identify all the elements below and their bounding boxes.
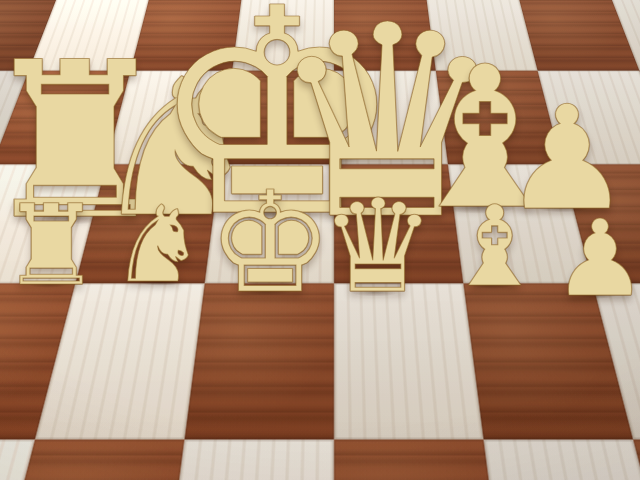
board-square[interactable] xyxy=(157,439,334,480)
piece-small-white-king[interactable]: ♚ xyxy=(207,173,332,313)
board-square[interactable] xyxy=(484,439,640,480)
piece-small-white-queen[interactable]: ♛ xyxy=(320,183,435,312)
piece-small-white-knight[interactable]: ♞ xyxy=(111,192,206,298)
piece-small-white-rook[interactable]: ♜ xyxy=(1,190,101,301)
chess-photo-stage: ♜♞♚♛♝♟♜♞♚♛♝♟ xyxy=(0,0,640,480)
piece-small-white-pawn[interactable]: ♟ xyxy=(553,206,640,312)
piece-small-white-bishop[interactable]: ♝ xyxy=(445,191,545,302)
